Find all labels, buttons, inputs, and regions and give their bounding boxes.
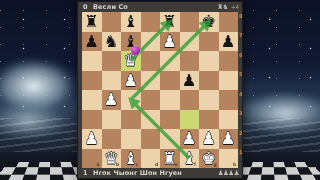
piece-white-pawn[interactable]: ♟ bbox=[199, 129, 219, 149]
coord-rank-7: 7 bbox=[239, 33, 242, 38]
piece-white-pawn[interactable]: ♟ bbox=[180, 129, 200, 149]
square-h2[interactable]: ♟ bbox=[219, 129, 239, 149]
coord-file-h: h bbox=[233, 163, 236, 168]
piece-white-pawn[interactable]: ♟ bbox=[102, 90, 122, 110]
top-player-index: 0 bbox=[83, 3, 90, 11]
piece-black-rook[interactable]: ♜ bbox=[82, 12, 102, 32]
top-player-bar: 0 Весли Со ♜♞ +4 bbox=[78, 2, 242, 12]
piece-white-pawn[interactable]: ♟ bbox=[219, 129, 239, 149]
coord-rank-5: 5 bbox=[239, 72, 242, 77]
square-b8[interactable] bbox=[102, 12, 122, 32]
square-f5[interactable]: ♟ bbox=[180, 71, 200, 91]
square-f7[interactable] bbox=[180, 32, 200, 52]
coord-file-f: f bbox=[194, 163, 196, 168]
coord-rank-8: 8 bbox=[239, 14, 242, 19]
square-g2[interactable]: ♟ bbox=[199, 129, 219, 149]
square-a6[interactable] bbox=[82, 51, 102, 71]
square-d2[interactable] bbox=[141, 129, 161, 149]
square-h4[interactable] bbox=[219, 90, 239, 110]
square-a8[interactable]: ♜ bbox=[82, 12, 102, 32]
square-h7[interactable]: ♟ bbox=[219, 32, 239, 52]
square-d3[interactable] bbox=[141, 110, 161, 130]
square-b2[interactable] bbox=[102, 129, 122, 149]
square-e5[interactable] bbox=[160, 71, 180, 91]
square-e2[interactable] bbox=[160, 129, 180, 149]
square-h8[interactable] bbox=[219, 12, 239, 32]
square-g5[interactable] bbox=[199, 71, 219, 91]
piece-white-bishop[interactable]: ♝ bbox=[180, 149, 200, 169]
square-h6[interactable] bbox=[219, 51, 239, 71]
square-f2[interactable]: ♟ bbox=[180, 129, 200, 149]
square-b5[interactable] bbox=[102, 71, 122, 91]
coord-file-e: e bbox=[175, 163, 178, 168]
square-d7[interactable] bbox=[141, 32, 161, 52]
square-e8[interactable]: ♜ bbox=[160, 12, 180, 32]
square-c3[interactable] bbox=[121, 110, 141, 130]
piece-black-pawn[interactable]: ♟ bbox=[219, 32, 239, 52]
bottom-player-name: Нгок Чыонг Шон Нгуен bbox=[93, 169, 182, 177]
bottom-player-index: 1 bbox=[83, 169, 90, 177]
coord-rank-3: 3 bbox=[239, 111, 242, 116]
square-d6[interactable] bbox=[141, 51, 161, 71]
coord-file-g: g bbox=[214, 163, 217, 168]
piece-black-rook[interactable]: ♜ bbox=[160, 12, 180, 32]
square-g6[interactable] bbox=[199, 51, 219, 71]
coord-rank-6: 6 bbox=[239, 53, 242, 58]
square-g3[interactable] bbox=[199, 110, 219, 130]
piece-black-king[interactable]: ♚ bbox=[199, 12, 219, 32]
square-a2[interactable]: ♟ bbox=[82, 129, 102, 149]
bottom-player-bar: 1 Нгок Чыонг Шон Нгуен ♟♟♟♟ bbox=[78, 168, 242, 178]
material-score: +4 bbox=[231, 4, 239, 10]
captured-pieces-top: ♜♞ bbox=[217, 4, 228, 11]
square-h5[interactable] bbox=[219, 71, 239, 91]
screenshot-root: 0 Весли Со ♜♞ +4 ♜♝♜♚♟♞♝♟♟♛♟♟♟♟♟♟♟♛♝♜♝♚ … bbox=[0, 0, 320, 180]
chess-board[interactable]: ♜♝♜♚♟♞♝♟♟♛♟♟♟♟♟♟♟♛♝♜♝♚ 87654321abcdefgh bbox=[82, 12, 238, 168]
chess-app-panel: 0 Весли Со ♜♞ +4 ♜♝♜♚♟♞♝♟♟♛♟♟♟♟♟♟♟♛♝♜♝♚ … bbox=[78, 2, 242, 178]
piece-black-bishop[interactable]: ♝ bbox=[121, 12, 141, 32]
move-annotation-circle bbox=[131, 46, 140, 55]
top-player-name: Весли Со bbox=[93, 3, 128, 11]
square-h3[interactable] bbox=[219, 110, 239, 130]
coord-file-c: c bbox=[136, 163, 139, 168]
captured-piece-icon-bottom: ♟ bbox=[234, 169, 239, 177]
square-b7[interactable]: ♞ bbox=[102, 32, 122, 52]
square-a4[interactable] bbox=[82, 90, 102, 110]
square-a7[interactable]: ♟ bbox=[82, 32, 102, 52]
coord-rank-2: 2 bbox=[239, 131, 242, 136]
square-g4[interactable] bbox=[199, 90, 219, 110]
coord-rank-1: 1 bbox=[239, 150, 242, 155]
square-f4[interactable] bbox=[180, 90, 200, 110]
square-f6[interactable] bbox=[180, 51, 200, 71]
square-d4[interactable] bbox=[141, 90, 161, 110]
square-e4[interactable] bbox=[160, 90, 180, 110]
square-c8[interactable]: ♝ bbox=[121, 12, 141, 32]
square-b4[interactable]: ♟ bbox=[102, 90, 122, 110]
piece-white-pawn[interactable]: ♟ bbox=[121, 71, 141, 91]
square-c2[interactable] bbox=[121, 129, 141, 149]
square-g8[interactable]: ♚ bbox=[199, 12, 219, 32]
piece-black-knight[interactable]: ♞ bbox=[102, 32, 122, 52]
coord-file-d: d bbox=[155, 163, 158, 168]
square-e7[interactable]: ♟ bbox=[160, 32, 180, 52]
square-e6[interactable] bbox=[160, 51, 180, 71]
piece-white-pawn[interactable]: ♟ bbox=[160, 32, 180, 52]
square-f3[interactable] bbox=[180, 110, 200, 130]
captured-pieces-bottom: ♟♟♟♟ bbox=[218, 170, 239, 177]
square-b3[interactable] bbox=[102, 110, 122, 130]
square-c5[interactable]: ♟ bbox=[121, 71, 141, 91]
board-grid[interactable]: ♜♝♜♚♟♞♝♟♟♛♟♟♟♟♟♟♟♛♝♜♝♚ bbox=[82, 12, 238, 168]
checkered-floor-right bbox=[230, 162, 320, 180]
coord-file-b: b bbox=[116, 163, 119, 168]
captured-piece-icon-top: ♞ bbox=[223, 3, 228, 11]
square-e3[interactable] bbox=[160, 110, 180, 130]
square-d8[interactable] bbox=[141, 12, 161, 32]
square-d5[interactable] bbox=[141, 71, 161, 91]
square-a5[interactable] bbox=[82, 71, 102, 91]
square-g7[interactable] bbox=[199, 32, 219, 52]
piece-white-pawn[interactable]: ♟ bbox=[82, 129, 102, 149]
checkered-floor-left bbox=[0, 162, 90, 180]
square-c4[interactable] bbox=[121, 90, 141, 110]
square-f1[interactable]: ♝ bbox=[180, 149, 200, 169]
piece-black-pawn[interactable]: ♟ bbox=[180, 71, 200, 91]
square-b6[interactable] bbox=[102, 51, 122, 71]
coord-file-a: a bbox=[97, 163, 100, 168]
coord-rank-4: 4 bbox=[239, 92, 242, 97]
piece-black-pawn[interactable]: ♟ bbox=[82, 32, 102, 52]
square-a3[interactable] bbox=[82, 110, 102, 130]
square-f8[interactable] bbox=[180, 12, 200, 32]
